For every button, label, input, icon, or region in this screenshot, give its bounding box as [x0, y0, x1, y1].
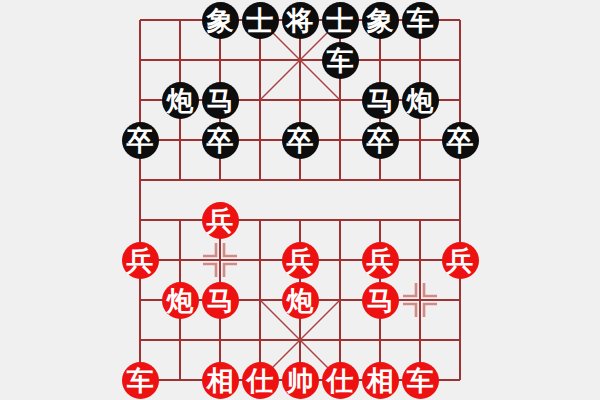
- board-point-f1-r6: [160, 240, 200, 280]
- board-point-f3-r4: [240, 160, 280, 200]
- board-point-f7-r5: [400, 200, 440, 240]
- board-point-f6-r0: 象: [360, 0, 400, 40]
- board-point-f1-r8: [160, 320, 200, 360]
- piece-red-炮[interactable]: 炮: [282, 282, 319, 319]
- board-point-f4-r3: 卒: [280, 120, 320, 160]
- piece-red-车[interactable]: 车: [402, 362, 439, 399]
- board-point-f4-r5: [280, 200, 320, 240]
- board-point-f3-r7: [240, 280, 280, 320]
- board-point-f8-r5: [440, 200, 480, 240]
- board-point-f5-r4: [320, 160, 360, 200]
- board-point-f3-r6: [240, 240, 280, 280]
- board-point-f8-r6: 兵: [440, 240, 480, 280]
- board-point-f1-r0: [160, 0, 200, 40]
- board-point-f5-r6: [320, 240, 360, 280]
- piece-black-卒[interactable]: 卒: [202, 122, 239, 159]
- board-point-f4-r1: [280, 40, 320, 80]
- board-point-f4-r8: [280, 320, 320, 360]
- piece-black-炮[interactable]: 炮: [162, 82, 199, 119]
- board-point-f2-r3: 卒: [200, 120, 240, 160]
- board-point-f3-r1: [240, 40, 280, 80]
- board-point-f0-r9: 车: [120, 360, 160, 400]
- piece-black-卒[interactable]: 卒: [122, 122, 159, 159]
- piece-black-象[interactable]: 象: [202, 2, 239, 39]
- piece-red-兵[interactable]: 兵: [442, 242, 479, 279]
- board-point-f1-r4: [160, 160, 200, 200]
- board-point-f6-r7: 马: [360, 280, 400, 320]
- xiangqi-board: 象士将士象车车炮马马炮卒卒卒卒卒兵兵兵兵兵炮马炮马车相仕帅仕相车: [120, 0, 480, 400]
- board-point-f5-r8: [320, 320, 360, 360]
- piece-red-兵[interactable]: 兵: [122, 242, 159, 279]
- board-point-f7-r7: [400, 280, 440, 320]
- piece-black-士[interactable]: 士: [322, 2, 359, 39]
- piece-black-马[interactable]: 马: [362, 82, 399, 119]
- piece-red-相[interactable]: 相: [202, 362, 239, 399]
- board-point-f7-r0: 车: [400, 0, 440, 40]
- board-point-f6-r3: 卒: [360, 120, 400, 160]
- board-point-f5-r1: 车: [320, 40, 360, 80]
- board-point-f1-r7: 炮: [160, 280, 200, 320]
- piece-black-卒[interactable]: 卒: [442, 122, 479, 159]
- board-point-f7-r6: [400, 240, 440, 280]
- piece-red-车[interactable]: 车: [122, 362, 159, 399]
- board-point-f2-r0: 象: [200, 0, 240, 40]
- board-point-f6-r6: 兵: [360, 240, 400, 280]
- board-point-f4-r0: 将: [280, 0, 320, 40]
- piece-black-卒[interactable]: 卒: [362, 122, 399, 159]
- board-point-f8-r3: 卒: [440, 120, 480, 160]
- piece-red-仕[interactable]: 仕: [242, 362, 279, 399]
- board-point-f2-r7: 马: [200, 280, 240, 320]
- board-point-f8-r4: [440, 160, 480, 200]
- board-point-f5-r5: [320, 200, 360, 240]
- board-point-f0-r4: [120, 160, 160, 200]
- board-point-f2-r2: 马: [200, 80, 240, 120]
- board-point-f8-r1: [440, 40, 480, 80]
- board-point-f6-r9: 相: [360, 360, 400, 400]
- board-point-f2-r6: [200, 240, 240, 280]
- piece-red-兵[interactable]: 兵: [282, 242, 319, 279]
- piece-black-车[interactable]: 车: [322, 42, 359, 79]
- board-point-f3-r2: [240, 80, 280, 120]
- board-point-f8-r9: [440, 360, 480, 400]
- board-point-f4-r7: 炮: [280, 280, 320, 320]
- board-point-f1-r5: [160, 200, 200, 240]
- board-point-f3-r8: [240, 320, 280, 360]
- board-point-f8-r8: [440, 320, 480, 360]
- xiangqi-board-screenshot: 象士将士象车车炮马马炮卒卒卒卒卒兵兵兵兵兵炮马炮马车相仕帅仕相车: [0, 0, 600, 400]
- piece-red-马[interactable]: 马: [202, 282, 239, 319]
- board-point-f5-r3: [320, 120, 360, 160]
- board-point-f1-r1: [160, 40, 200, 80]
- board-point-f1-r9: [160, 360, 200, 400]
- board-point-f7-r2: 炮: [400, 80, 440, 120]
- board-point-f6-r2: 马: [360, 80, 400, 120]
- board-point-f0-r1: [120, 40, 160, 80]
- board-point-f7-r3: [400, 120, 440, 160]
- board-point-f2-r5: 兵: [200, 200, 240, 240]
- board-point-f0-r2: [120, 80, 160, 120]
- board-point-f4-r9: 帅: [280, 360, 320, 400]
- piece-red-炮[interactable]: 炮: [162, 282, 199, 319]
- board-point-f5-r7: [320, 280, 360, 320]
- board-point-f6-r5: [360, 200, 400, 240]
- board-point-f2-r4: [200, 160, 240, 200]
- board-point-f7-r4: [400, 160, 440, 200]
- board-point-f8-r0: [440, 0, 480, 40]
- board-point-f0-r3: 卒: [120, 120, 160, 160]
- piece-red-兵[interactable]: 兵: [202, 202, 239, 239]
- board-point-f6-r8: [360, 320, 400, 360]
- board-point-f0-r5: [120, 200, 160, 240]
- board-point-f1-r3: [160, 120, 200, 160]
- piece-black-卒[interactable]: 卒: [282, 122, 319, 159]
- piece-black-马[interactable]: 马: [202, 82, 239, 119]
- piece-red-马[interactable]: 马: [362, 282, 399, 319]
- board-point-f7-r1: [400, 40, 440, 80]
- piece-black-车[interactable]: 车: [402, 2, 439, 39]
- board-point-f5-r9: 仕: [320, 360, 360, 400]
- board-point-f1-r2: 炮: [160, 80, 200, 120]
- board-point-f3-r5: [240, 200, 280, 240]
- piece-black-将[interactable]: 将: [282, 2, 319, 39]
- board-point-f7-r9: 车: [400, 360, 440, 400]
- piece-red-兵[interactable]: 兵: [362, 242, 399, 279]
- board-point-f3-r0: 士: [240, 0, 280, 40]
- board-point-f3-r9: 仕: [240, 360, 280, 400]
- board-point-f4-r4: [280, 160, 320, 200]
- board-point-f2-r1: [200, 40, 240, 80]
- board-point-f6-r1: [360, 40, 400, 80]
- board-point-f0-r8: [120, 320, 160, 360]
- piece-red-仕[interactable]: 仕: [322, 362, 359, 399]
- piece-red-相[interactable]: 相: [362, 362, 399, 399]
- piece-red-帅[interactable]: 帅: [282, 362, 319, 399]
- board-point-f5-r0: 士: [320, 0, 360, 40]
- board-point-f2-r8: [200, 320, 240, 360]
- board-point-f4-r6: 兵: [280, 240, 320, 280]
- board-point-f7-r8: [400, 320, 440, 360]
- board-point-f6-r4: [360, 160, 400, 200]
- board-point-f2-r9: 相: [200, 360, 240, 400]
- board-point-f0-r6: 兵: [120, 240, 160, 280]
- piece-black-炮[interactable]: 炮: [402, 82, 439, 119]
- piece-black-象[interactable]: 象: [362, 2, 399, 39]
- board-point-f0-r7: [120, 280, 160, 320]
- board-point-f0-r0: [120, 0, 160, 40]
- board-point-f8-r7: [440, 280, 480, 320]
- piece-black-士[interactable]: 士: [242, 2, 279, 39]
- board-point-f4-r2: [280, 80, 320, 120]
- board-point-f3-r3: [240, 120, 280, 160]
- board-point-f5-r2: [320, 80, 360, 120]
- board-point-f8-r2: [440, 80, 480, 120]
